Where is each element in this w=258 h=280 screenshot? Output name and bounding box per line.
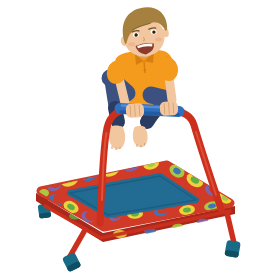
boy-left-hand — [159, 101, 178, 116]
foot-cap-front-left — [62, 252, 82, 273]
boy-figure — [104, 5, 181, 150]
foot-cap-front-right — [224, 240, 241, 258]
trampoline-leg-front-right — [224, 213, 241, 258]
boy-right-foot — [109, 126, 125, 151]
photo-canvas — [0, 0, 258, 280]
trampoline-boy-photo — [0, 0, 258, 280]
trampoline-leg-front-left — [62, 230, 85, 272]
shirt-button — [144, 69, 146, 71]
boy-left-foot — [133, 126, 148, 148]
boy-head — [118, 5, 171, 59]
boy-right-hand — [125, 103, 144, 118]
